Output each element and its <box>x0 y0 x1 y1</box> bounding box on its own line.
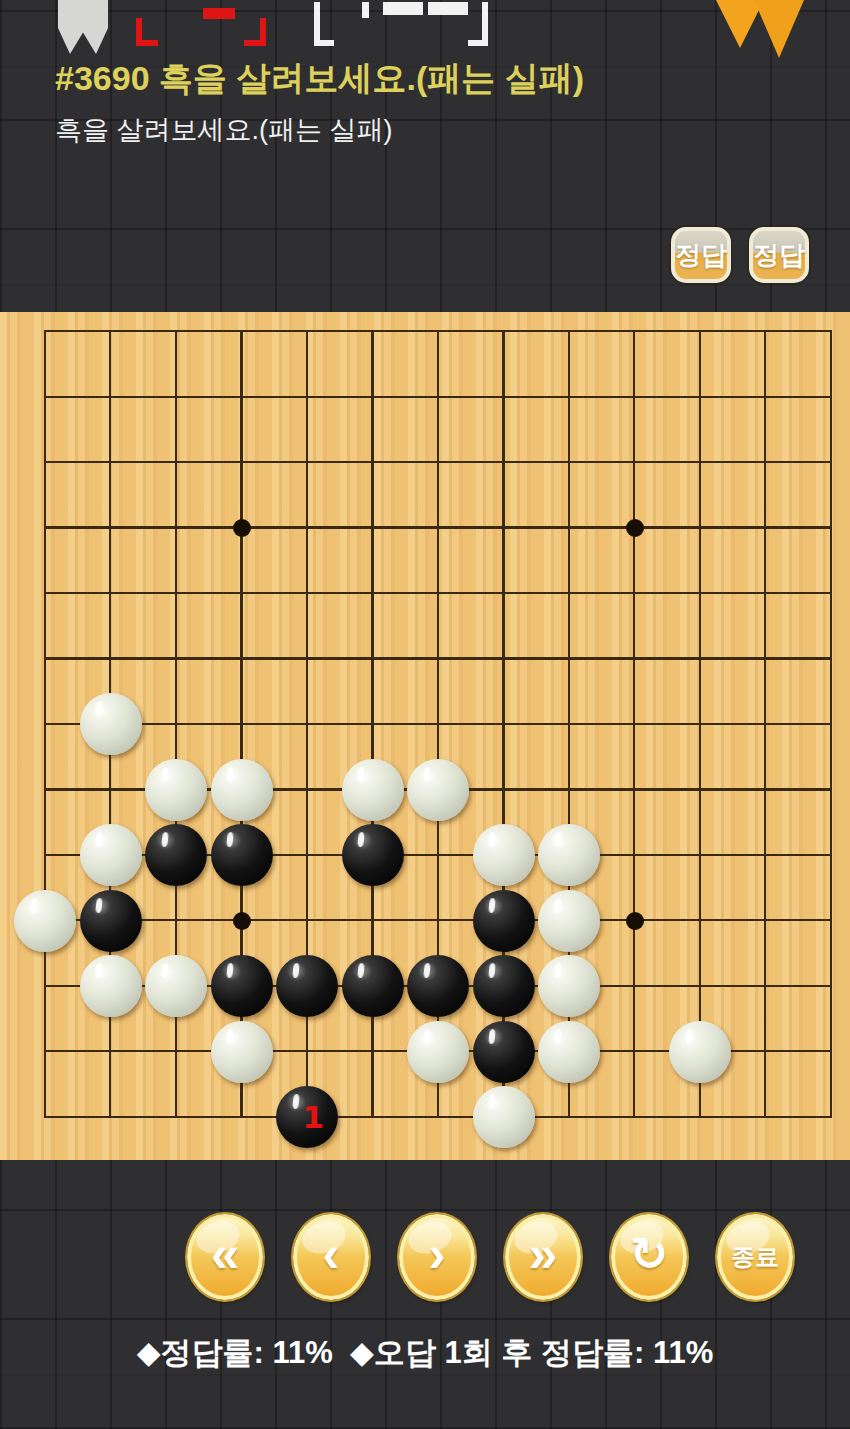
stone-white <box>14 890 76 952</box>
cut-white-text-fragment <box>428 2 468 15</box>
star-point <box>233 519 251 537</box>
stone-black: 1 <box>276 1086 338 1148</box>
stone-white <box>473 824 535 886</box>
exit-button[interactable]: 종료 <box>717 1214 793 1300</box>
problem-subtitle: 흑을 살려보세요.(패는 실패) <box>55 112 393 148</box>
stone-black <box>276 955 338 1017</box>
stone-black <box>145 824 207 886</box>
cut-white-text-fragment <box>468 2 488 46</box>
cut-white-text-fragment <box>314 2 334 46</box>
stone-white <box>538 1021 600 1083</box>
first-move-button[interactable]: « <box>187 1214 263 1300</box>
stone-white <box>80 693 142 755</box>
go-puzzle-app: { "game": "Go (Baduk) 13x13 life-and-dea… <box>0 0 850 1429</box>
star-point <box>626 912 644 930</box>
stone-white <box>342 759 404 821</box>
cut-white-text-fragment <box>383 2 423 15</box>
exit-label: 종료 <box>731 1245 779 1269</box>
stone-black <box>473 890 535 952</box>
stone-white <box>407 759 469 821</box>
cut-red-text-fragment <box>203 8 235 19</box>
stone-black <box>342 955 404 1017</box>
stone-white <box>211 1021 273 1083</box>
stone-white <box>211 759 273 821</box>
stone-black <box>473 955 535 1017</box>
answer-button-2[interactable]: 정답 <box>749 227 809 283</box>
stone-white <box>145 759 207 821</box>
cut-red-text-fragment <box>244 18 266 46</box>
stone-black <box>211 955 273 1017</box>
star-point <box>233 912 251 930</box>
stone-white <box>538 824 600 886</box>
answer-rate-stats: ◆정답률: 11% ◆오답 1회 후 정답률: 11% <box>0 1332 850 1374</box>
restart-icon: ↻ <box>630 1231 669 1277</box>
nav-controls: « ‹ › » ↻ 종료 <box>187 1214 793 1300</box>
bookmark-star-icon[interactable] <box>58 0 108 54</box>
stone-white <box>538 890 600 952</box>
prev-move-button[interactable]: ‹ <box>293 1214 369 1300</box>
stone-black <box>342 824 404 886</box>
go-board: 1 <box>0 312 850 1160</box>
stone-black <box>407 955 469 1017</box>
stone-white <box>407 1021 469 1083</box>
first-move-label: « <box>211 1228 240 1280</box>
board-grid[interactable]: 1 <box>44 330 832 1118</box>
stone-white <box>669 1021 731 1083</box>
last-move-label: » <box>529 1228 558 1280</box>
stone-white <box>80 955 142 1017</box>
restart-button[interactable]: ↻ <box>611 1214 687 1300</box>
stone-white <box>145 955 207 1017</box>
last-move-button[interactable]: » <box>505 1214 581 1300</box>
stone-white <box>538 955 600 1017</box>
stone-white <box>473 1086 535 1148</box>
answer-button-1[interactable]: 정답 <box>671 227 731 283</box>
stone-white <box>80 824 142 886</box>
next-move-button[interactable]: › <box>399 1214 475 1300</box>
problem-title: #3690 흑을 살려보세요.(패는 실패) <box>55 56 584 102</box>
stone-black <box>211 824 273 886</box>
prev-move-label: ‹ <box>322 1228 339 1280</box>
star-point <box>626 519 644 537</box>
next-move-label: › <box>428 1228 445 1280</box>
stone-black <box>473 1021 535 1083</box>
stone-black <box>80 890 142 952</box>
cut-red-text-fragment <box>136 18 158 46</box>
cut-white-text-fragment <box>362 2 369 18</box>
move-number-label: 1 <box>302 1099 324 1135</box>
double-chevron-down-icon[interactable] <box>714 0 806 60</box>
